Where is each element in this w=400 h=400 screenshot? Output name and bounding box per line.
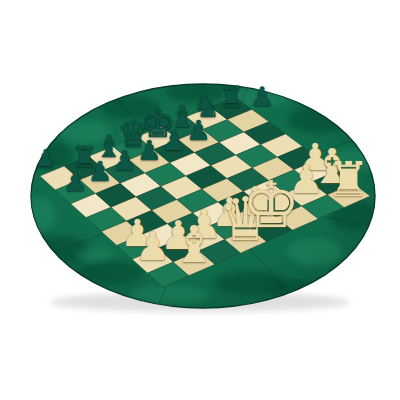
piece-green-pawn-rim-1[interactable]: ♟ [35,147,56,170]
malachite-vein [288,107,348,133]
piece-green-pawn-d7[interactable]: ♟ [137,138,162,166]
malachite-vein [77,247,113,263]
piece-green-rook-h8[interactable]: ♜ [218,83,244,112]
piece-green-pawn-b7[interactable]: ♟ [88,158,113,186]
piece-green-pawn-a7[interactable]: ♟ [63,168,88,196]
piece-cream-rook-h1[interactable]: ♜ [327,154,370,202]
piece-green-pawn-rim-2[interactable]: ♟ [250,84,274,111]
piece-green-pawn-e7[interactable]: ♟ [162,127,187,155]
piece-green-pawn-c7[interactable]: ♟ [112,148,137,176]
board-scene: ♜♝♛♚♝♞♜♟♟♟♟♟♟♟♟♟♟♟♟♟♟♝♝♛♚♜♟♟ [0,0,400,400]
piece-cream-king-e1[interactable]: ♚ [242,174,300,239]
piece-green-pawn-f7[interactable]: ♟ [186,117,211,145]
malachite-vein [76,260,144,284]
piece-cream-bishop-b1[interactable]: ♝ [171,219,217,270]
malachite-vein [16,197,56,233]
